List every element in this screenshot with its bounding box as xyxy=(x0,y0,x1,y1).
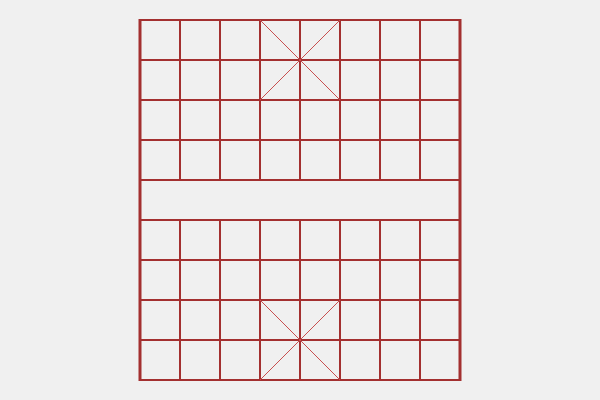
xiangqi-board[interactable] xyxy=(120,0,480,400)
piece-grid xyxy=(120,0,480,400)
